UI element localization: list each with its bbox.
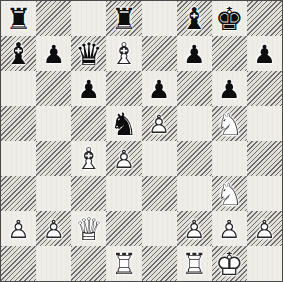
square-e2[interactable] [142,211,177,246]
square-a3[interactable] [1,176,36,211]
square-d5[interactable]: ♞♞ [106,106,141,141]
piece-white-pawn-icon: ♟♙ [106,141,141,176]
square-a6[interactable] [1,71,36,106]
square-d7[interactable]: ♝♗ [106,36,141,71]
square-f2[interactable]: ♟♙ [177,211,212,246]
piece-white-pawn-icon: ♟♙ [247,211,282,246]
piece-black-pawn-icon: ♟♟ [36,36,71,71]
square-h6[interactable] [247,71,282,106]
piece-white-pawn-icon: ♟♙ [212,211,247,246]
piece-black-knight-icon: ♞♞ [106,106,141,141]
piece-glyph: ♙ [142,106,177,141]
piece-white-pawn-icon: ♟♙ [1,211,36,246]
square-a5[interactable] [1,106,36,141]
square-g6[interactable]: ♟♟ [212,71,247,106]
square-c7[interactable]: ♛♛ [71,36,106,71]
piece-black-pawn-icon: ♟♟ [71,71,106,106]
square-b8[interactable] [36,1,71,36]
piece-glyph: ♕ [71,211,106,246]
square-g4[interactable] [212,141,247,176]
piece-glyph: ♞ [106,106,141,141]
square-a1[interactable] [1,246,36,281]
square-b4[interactable] [36,141,71,176]
square-h4[interactable] [247,141,282,176]
square-e4[interactable] [142,141,177,176]
piece-white-king-icon: ♚♔ [212,246,247,281]
piece-glyph: ♘ [212,176,247,211]
piece-glyph: ♟ [36,36,71,71]
piece-black-pawn-icon: ♟♟ [247,36,282,71]
square-a4[interactable] [1,141,36,176]
piece-glyph: ♟ [177,36,212,71]
piece-glyph: ♜ [1,1,36,36]
square-a7[interactable]: ♝♝ [1,36,36,71]
square-g1[interactable]: ♚♔ [212,246,247,281]
piece-white-knight-icon: ♞♘ [212,106,247,141]
piece-glyph: ♙ [247,211,282,246]
piece-white-rook-icon: ♜♖ [177,246,212,281]
piece-black-queen-icon: ♛♛ [71,36,106,71]
piece-glyph: ♗ [71,141,106,176]
square-d1[interactable]: ♜♖ [106,246,141,281]
square-h2[interactable]: ♟♙ [247,211,282,246]
square-d2[interactable] [106,211,141,246]
piece-black-bishop-icon: ♝♝ [1,36,36,71]
square-b2[interactable]: ♟♙ [36,211,71,246]
square-h8[interactable] [247,1,282,36]
square-c5[interactable] [71,106,106,141]
piece-glyph: ♖ [106,246,141,281]
square-c2[interactable]: ♛♕ [71,211,106,246]
chess-diagram: ♜♜♜♜♝♝♚♚♝♝♟♟♛♛♝♗♟♟♟♟♟♟♟♟♟♟♞♞♟♙♞♘♝♗♟♙♞♘♟♙… [0,0,283,282]
square-d3[interactable] [106,176,141,211]
piece-black-king-icon: ♚♚ [212,1,247,36]
square-c3[interactable] [71,176,106,211]
piece-glyph: ♟ [142,71,177,106]
piece-white-pawn-icon: ♟♙ [177,211,212,246]
piece-white-rook-icon: ♜♖ [106,246,141,281]
square-c6[interactable]: ♟♟ [71,71,106,106]
piece-white-pawn-icon: ♟♙ [142,106,177,141]
piece-white-knight-icon: ♞♘ [212,176,247,211]
piece-glyph: ♛ [71,36,106,71]
square-c4[interactable]: ♝♗ [71,141,106,176]
square-e7[interactable] [142,36,177,71]
piece-glyph: ♝ [177,1,212,36]
square-g8[interactable]: ♚♚ [212,1,247,36]
square-c1[interactable] [71,246,106,281]
piece-glyph: ♘ [212,106,247,141]
square-h7[interactable]: ♟♟ [247,36,282,71]
square-f7[interactable]: ♟♟ [177,36,212,71]
piece-glyph: ♚ [212,1,247,36]
square-f8[interactable]: ♝♝ [177,1,212,36]
square-e3[interactable] [142,176,177,211]
square-b7[interactable]: ♟♟ [36,36,71,71]
square-g3[interactable]: ♞♘ [212,176,247,211]
square-a8[interactable]: ♜♜ [1,1,36,36]
square-b5[interactable] [36,106,71,141]
square-h1[interactable] [247,246,282,281]
piece-glyph: ♗ [106,36,141,71]
square-f6[interactable] [177,71,212,106]
square-e8[interactable] [142,1,177,36]
square-b3[interactable] [36,176,71,211]
square-e5[interactable]: ♟♙ [142,106,177,141]
piece-glyph: ♙ [1,211,36,246]
square-d6[interactable] [106,71,141,106]
piece-black-bishop-icon: ♝♝ [177,1,212,36]
piece-white-bishop-icon: ♝♗ [106,36,141,71]
square-e1[interactable] [142,246,177,281]
piece-black-pawn-icon: ♟♟ [212,71,247,106]
square-f1[interactable]: ♜♖ [177,246,212,281]
piece-glyph: ♙ [36,211,71,246]
square-g7[interactable] [212,36,247,71]
square-a2[interactable]: ♟♙ [1,211,36,246]
piece-white-queen-icon: ♛♕ [71,211,106,246]
piece-glyph: ♔ [212,246,247,281]
piece-glyph: ♙ [106,141,141,176]
square-b6[interactable] [36,71,71,106]
square-h3[interactable] [247,176,282,211]
piece-glyph: ♟ [247,36,282,71]
piece-black-pawn-icon: ♟♟ [177,36,212,71]
piece-glyph: ♙ [177,211,212,246]
piece-black-rook-icon: ♜♜ [1,1,36,36]
piece-glyph: ♜ [106,1,141,36]
square-e6[interactable]: ♟♟ [142,71,177,106]
piece-glyph: ♝ [1,36,36,71]
piece-white-bishop-icon: ♝♗ [71,141,106,176]
square-b1[interactable] [36,246,71,281]
square-d4[interactable]: ♟♙ [106,141,141,176]
square-c8[interactable] [71,1,106,36]
chessboard: ♜♜♜♜♝♝♚♚♝♝♟♟♛♛♝♗♟♟♟♟♟♟♟♟♟♟♞♞♟♙♞♘♝♗♟♙♞♘♟♙… [0,0,283,282]
piece-glyph: ♖ [177,246,212,281]
square-d8[interactable]: ♜♜ [106,1,141,36]
square-g5[interactable]: ♞♘ [212,106,247,141]
square-f5[interactable] [177,106,212,141]
piece-white-pawn-icon: ♟♙ [36,211,71,246]
piece-black-rook-icon: ♜♜ [106,1,141,36]
piece-glyph: ♟ [71,71,106,106]
square-f4[interactable] [177,141,212,176]
square-f3[interactable] [177,176,212,211]
piece-black-pawn-icon: ♟♟ [142,71,177,106]
square-h5[interactable] [247,106,282,141]
piece-glyph: ♙ [212,211,247,246]
square-g2[interactable]: ♟♙ [212,211,247,246]
piece-glyph: ♟ [212,71,247,106]
